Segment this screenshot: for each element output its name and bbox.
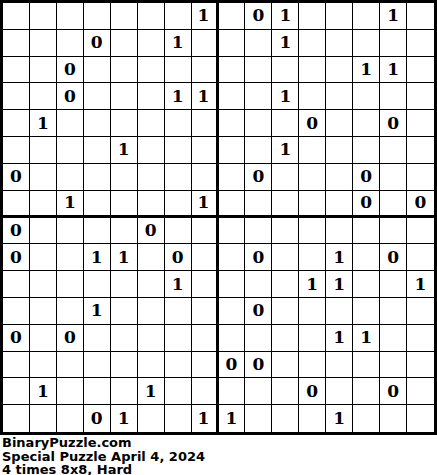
cell-r5c11-empty[interactable] [299,137,326,164]
cell-r8c3-empty[interactable] [84,218,111,245]
site-name: BinaryPuzzle.com [2,436,435,450]
cell-r5c8-empty[interactable] [219,137,246,164]
cell-r15c14-empty[interactable] [380,405,407,432]
cell-r1c4-empty[interactable] [111,30,138,57]
cell-r14c8-empty[interactable] [219,378,246,405]
footer: BinaryPuzzle.com Special Puzzle April 4,… [0,435,437,475]
cell-r12c13-given: 1 [353,325,380,352]
cell-r15c5-empty[interactable] [138,405,165,432]
cell-r14c3-empty[interactable] [84,378,111,405]
cell-r5c14-empty[interactable] [380,137,407,164]
cell-r9c12-given: 1 [326,244,353,271]
cell-r14c13-empty[interactable] [353,378,380,405]
cell-r7c3-empty[interactable] [84,191,111,218]
cell-r2c6-empty[interactable] [165,57,192,84]
cell-r14c15-empty[interactable] [407,378,434,405]
cell-r11c2-empty[interactable] [57,298,84,325]
cell-r13c13-empty[interactable] [353,352,380,379]
cell-r3c5-empty[interactable] [138,83,165,110]
cell-r13c6-empty[interactable] [165,352,192,379]
cell-r12c7-empty[interactable] [192,325,219,352]
cell-r14c11-given: 0 [299,378,326,405]
cell-r14c2-empty[interactable] [57,378,84,405]
cell-r12c9-empty[interactable] [245,325,272,352]
cell-r9c10-empty[interactable] [272,244,299,271]
cell-r0c7-given: 1 [192,3,219,30]
cell-r7c6-empty[interactable] [165,191,192,218]
cell-r0c12-empty[interactable] [326,3,353,30]
cell-r7c14-empty[interactable] [380,191,407,218]
cell-r3c6-given: 1 [165,83,192,110]
cell-r12c15-empty[interactable] [407,325,434,352]
cell-r12c3-empty[interactable] [84,325,111,352]
cell-r1c2-empty[interactable] [57,30,84,57]
cell-r1c5-empty[interactable] [138,30,165,57]
cell-r15c6-empty[interactable] [165,405,192,432]
cell-r8c11-empty[interactable] [299,218,326,245]
cell-r11c9-given: 0 [245,298,272,325]
cell-r13c11-empty[interactable] [299,352,326,379]
cell-r12c12-given: 1 [326,325,353,352]
cell-r10c10-empty[interactable] [272,271,299,298]
cell-r9c9-given: 0 [245,244,272,271]
cell-r8c8-empty[interactable] [219,218,246,245]
cell-r4c8-empty[interactable] [219,110,246,137]
cell-r6c0-given: 0 [3,164,30,191]
cell-r4c4-empty[interactable] [111,110,138,137]
cell-r0c3-empty[interactable] [84,3,111,30]
cell-r13c3-empty[interactable] [84,352,111,379]
cell-r11c5-empty[interactable] [138,298,165,325]
cell-r4c2-empty[interactable] [57,110,84,137]
cell-r11c14-empty[interactable] [380,298,407,325]
cell-r11c0-empty[interactable] [3,298,30,325]
cell-r6c12-empty[interactable] [326,164,353,191]
cell-r8c0-given: 0 [3,218,30,245]
cell-r9c1-empty[interactable] [30,244,57,271]
cell-r3c4-empty[interactable] [111,83,138,110]
cell-r6c15-empty[interactable] [407,164,434,191]
cell-r13c0-empty[interactable] [3,352,30,379]
cell-r8c4-empty[interactable] [111,218,138,245]
cell-r0c15-empty[interactable] [407,3,434,30]
cell-r4c9-empty[interactable] [245,110,272,137]
cell-r1c9-empty[interactable] [245,30,272,57]
cell-r15c0-empty[interactable] [3,405,30,432]
cell-r4c13-empty[interactable] [353,110,380,137]
cell-r6c5-empty[interactable] [138,164,165,191]
cell-r9c13-empty[interactable] [353,244,380,271]
cell-r14c5-given: 1 [138,378,165,405]
cell-r3c14-empty[interactable] [380,83,407,110]
cell-r11c10-empty[interactable] [272,298,299,325]
cell-r14c14-given: 0 [380,378,407,405]
cell-r5c15-empty[interactable] [407,137,434,164]
cell-r0c2-empty[interactable] [57,3,84,30]
cell-r3c0-empty[interactable] [3,83,30,110]
cell-r9c5-empty[interactable] [138,244,165,271]
cell-r7c4-empty[interactable] [111,191,138,218]
cell-r3c10-given: 1 [272,83,299,110]
cell-r13c12-empty[interactable] [326,352,353,379]
cell-r4c3-empty[interactable] [84,110,111,137]
cell-r0c9-given: 0 [245,3,272,30]
cell-r5c5-empty[interactable] [138,137,165,164]
cell-r6c13-given: 0 [353,164,380,191]
cell-r6c11-empty[interactable] [299,164,326,191]
cell-r2c0-empty[interactable] [3,57,30,84]
cell-r13c1-empty[interactable] [30,352,57,379]
cell-r0c5-empty[interactable] [138,3,165,30]
cell-r9c3-given: 1 [84,244,111,271]
cell-r10c12-given: 1 [326,271,353,298]
cell-r10c4-empty[interactable] [111,271,138,298]
cell-r15c12-given: 1 [326,405,353,432]
cell-r6c4-empty[interactable] [111,164,138,191]
cell-r11c8-empty[interactable] [219,298,246,325]
cell-r6c3-empty[interactable] [84,164,111,191]
cell-r5c3-empty[interactable] [84,137,111,164]
cell-r9c15-empty[interactable] [407,244,434,271]
cell-r10c3-empty[interactable] [84,271,111,298]
cell-r15c9-empty[interactable] [245,405,272,432]
cell-r2c10-empty[interactable] [272,57,299,84]
cell-r15c11-empty[interactable] [299,405,326,432]
cell-r1c8-empty[interactable] [219,30,246,57]
cell-r5c2-empty[interactable] [57,137,84,164]
cell-r3c7-given: 1 [192,83,219,110]
cell-r8c14-empty[interactable] [380,218,407,245]
cell-r11c7-empty[interactable] [192,298,219,325]
cell-r7c5-empty[interactable] [138,191,165,218]
cell-r11c11-empty[interactable] [299,298,326,325]
cell-r9c4-given: 1 [111,244,138,271]
cell-r7c7-given: 1 [192,191,219,218]
cell-r3c11-empty[interactable] [299,83,326,110]
cell-r13c15-empty[interactable] [407,352,434,379]
cell-r5c6-empty[interactable] [165,137,192,164]
cell-r11c3-given: 1 [84,298,111,325]
cell-r10c13-empty[interactable] [353,271,380,298]
cell-r15c2-empty[interactable] [57,405,84,432]
cell-r6c7-empty[interactable] [192,164,219,191]
cell-r6c9-given: 0 [245,164,272,191]
cell-r12c8-empty[interactable] [219,325,246,352]
cell-r0c1-empty[interactable] [30,3,57,30]
cell-r8c10-empty[interactable] [272,218,299,245]
cell-r4c10-empty[interactable] [272,110,299,137]
cell-r3c13-empty[interactable] [353,83,380,110]
cell-r7c11-empty[interactable] [299,191,326,218]
cell-r5c1-empty[interactable] [30,137,57,164]
cell-r12c1-empty[interactable] [30,325,57,352]
cell-r1c1-empty[interactable] [30,30,57,57]
cell-r11c15-empty[interactable] [407,298,434,325]
cell-r3c12-empty[interactable] [326,83,353,110]
cell-r9c8-empty[interactable] [219,244,246,271]
cell-r14c7-empty[interactable] [192,378,219,405]
cell-r1c12-empty[interactable] [326,30,353,57]
cell-r8c15-empty[interactable] [407,218,434,245]
cell-r2c8-empty[interactable] [219,57,246,84]
cell-r2c1-empty[interactable] [30,57,57,84]
cell-r13c5-empty[interactable] [138,352,165,379]
cell-r12c5-empty[interactable] [138,325,165,352]
cell-r2c11-empty[interactable] [299,57,326,84]
cell-r4c0-empty[interactable] [3,110,30,137]
cell-r7c8-empty[interactable] [219,191,246,218]
cell-r9c11-empty[interactable] [299,244,326,271]
cell-r6c10-empty[interactable] [272,164,299,191]
cell-r12c10-empty[interactable] [272,325,299,352]
cell-r9c6-given: 0 [165,244,192,271]
cell-r8c1-empty[interactable] [30,218,57,245]
cell-r0c11-empty[interactable] [299,3,326,30]
cell-r10c8-empty[interactable] [219,271,246,298]
cell-r5c12-empty[interactable] [326,137,353,164]
cell-r0c8-empty[interactable] [219,3,246,30]
cell-r13c7-empty[interactable] [192,352,219,379]
cell-r14c0-empty[interactable] [3,378,30,405]
cell-r6c6-empty[interactable] [165,164,192,191]
cell-r14c9-empty[interactable] [245,378,272,405]
cell-r8c5-given: 0 [138,218,165,245]
cell-r2c5-empty[interactable] [138,57,165,84]
cell-r13c9-given: 0 [245,352,272,379]
cell-r11c4-empty[interactable] [111,298,138,325]
cell-r15c15-empty[interactable] [407,405,434,432]
cell-r10c5-empty[interactable] [138,271,165,298]
cell-r12c6-empty[interactable] [165,325,192,352]
cell-r8c9-empty[interactable] [245,218,272,245]
cell-r5c4-given: 1 [111,137,138,164]
cell-r8c7-empty[interactable] [192,218,219,245]
cell-r7c12-empty[interactable] [326,191,353,218]
cell-r6c1-empty[interactable] [30,164,57,191]
cell-r15c1-empty[interactable] [30,405,57,432]
cell-r7c1-empty[interactable] [30,191,57,218]
cell-r6c2-empty[interactable] [57,164,84,191]
cell-r12c11-empty[interactable] [299,325,326,352]
cell-r2c13-given: 1 [353,57,380,84]
cell-r4c15-empty[interactable] [407,110,434,137]
cell-r0c6-empty[interactable] [165,3,192,30]
cell-r2c9-empty[interactable] [245,57,272,84]
cell-r7c0-empty[interactable] [3,191,30,218]
cell-r5c7-empty[interactable] [192,137,219,164]
cell-r14c1-given: 1 [30,378,57,405]
cell-r13c4-empty[interactable] [111,352,138,379]
cell-r11c1-empty[interactable] [30,298,57,325]
cell-r15c10-empty[interactable] [272,405,299,432]
cell-r10c0-empty[interactable] [3,271,30,298]
cell-r4c5-empty[interactable] [138,110,165,137]
cell-r3c1-empty[interactable] [30,83,57,110]
cell-r1c7-empty[interactable] [192,30,219,57]
cell-r6c14-empty[interactable] [380,164,407,191]
cell-r10c9-empty[interactable] [245,271,272,298]
puzzle-board: 1011011011011110011000110000011001011111… [0,0,437,435]
cell-r10c11-given: 1 [299,271,326,298]
cell-r9c7-empty[interactable] [192,244,219,271]
cell-r1c11-empty[interactable] [299,30,326,57]
cell-r5c0-empty[interactable] [3,137,30,164]
cell-r10c15-given: 1 [407,271,434,298]
cell-r15c4-given: 1 [111,405,138,432]
cell-r2c14-given: 1 [380,57,407,84]
cell-r7c10-empty[interactable] [272,191,299,218]
cell-r10c6-given: 1 [165,271,192,298]
cell-r4c6-empty[interactable] [165,110,192,137]
cell-r7c15-given: 0 [407,191,434,218]
cell-r12c14-empty[interactable] [380,325,407,352]
cell-r15c8-given: 1 [219,405,246,432]
cell-r1c15-empty[interactable] [407,30,434,57]
cell-r8c6-empty[interactable] [165,218,192,245]
cell-r3c8-empty[interactable] [219,83,246,110]
cell-r10c2-empty[interactable] [57,271,84,298]
cell-r2c4-empty[interactable] [111,57,138,84]
cell-r4c11-given: 0 [299,110,326,137]
cell-r0c14-given: 1 [380,3,407,30]
cell-r9c2-empty[interactable] [57,244,84,271]
cell-r4c14-given: 0 [380,110,407,137]
puzzle-title: Special Puzzle April 4, 2024 [2,450,435,464]
cell-r3c2-given: 0 [57,83,84,110]
cell-r10c7-empty[interactable] [192,271,219,298]
cell-r14c12-empty[interactable] [326,378,353,405]
cell-r11c12-empty[interactable] [326,298,353,325]
cell-r2c2-given: 0 [57,57,84,84]
cell-r15c3-given: 0 [84,405,111,432]
cell-r3c15-empty[interactable] [407,83,434,110]
cell-r12c2-given: 0 [57,325,84,352]
cell-r2c3-empty[interactable] [84,57,111,84]
cell-r8c2-empty[interactable] [57,218,84,245]
cell-r7c9-empty[interactable] [245,191,272,218]
cell-r13c8-given: 0 [219,352,246,379]
cell-r0c10-given: 1 [272,3,299,30]
cell-r1c3-given: 0 [84,30,111,57]
cell-r8c12-empty[interactable] [326,218,353,245]
binary-puzzle-sheet: 1011011011011110011000110000011001011111… [0,0,437,475]
cell-r13c10-empty[interactable] [272,352,299,379]
cell-r9c14-given: 0 [380,244,407,271]
cell-r11c13-empty[interactable] [353,298,380,325]
cell-r14c6-empty[interactable] [165,378,192,405]
cell-r3c9-empty[interactable] [245,83,272,110]
cell-r8c13-empty[interactable] [353,218,380,245]
cell-r12c0-given: 0 [3,325,30,352]
cell-r7c2-given: 1 [57,191,84,218]
cell-r6c8-empty[interactable] [219,164,246,191]
cell-r10c14-empty[interactable] [380,271,407,298]
cell-r9c0-given: 0 [3,244,30,271]
cell-r2c12-empty[interactable] [326,57,353,84]
cell-r11c6-empty[interactable] [165,298,192,325]
cell-r10c1-empty[interactable] [30,271,57,298]
cell-r13c14-empty[interactable] [380,352,407,379]
cell-r5c10-given: 1 [272,137,299,164]
cell-r1c13-empty[interactable] [353,30,380,57]
cell-r1c0-empty[interactable] [3,30,30,57]
cell-r4c7-empty[interactable] [192,110,219,137]
cell-r2c7-empty[interactable] [192,57,219,84]
cell-r13c2-empty[interactable] [57,352,84,379]
cell-r14c4-empty[interactable] [111,378,138,405]
cell-r7c13-given: 0 [353,191,380,218]
cell-r12c4-empty[interactable] [111,325,138,352]
cell-r4c1-given: 1 [30,110,57,137]
cell-r0c0-empty[interactable] [3,3,30,30]
cell-r3c3-empty[interactable] [84,83,111,110]
cell-r0c4-empty[interactable] [111,3,138,30]
cell-r5c13-empty[interactable] [353,137,380,164]
cell-r14c10-empty[interactable] [272,378,299,405]
cell-r1c14-empty[interactable] [380,30,407,57]
cell-r4c12-empty[interactable] [326,110,353,137]
cell-r15c13-empty[interactable] [353,405,380,432]
cell-r2c15-empty[interactable] [407,57,434,84]
cell-r1c10-given: 1 [272,30,299,57]
cell-r1c6-given: 1 [165,30,192,57]
puzzle-spec: 4 times 8x8, Hard [2,463,435,475]
cell-r5c9-empty[interactable] [245,137,272,164]
cell-r15c7-given: 1 [192,405,219,432]
cell-r0c13-empty[interactable] [353,3,380,30]
